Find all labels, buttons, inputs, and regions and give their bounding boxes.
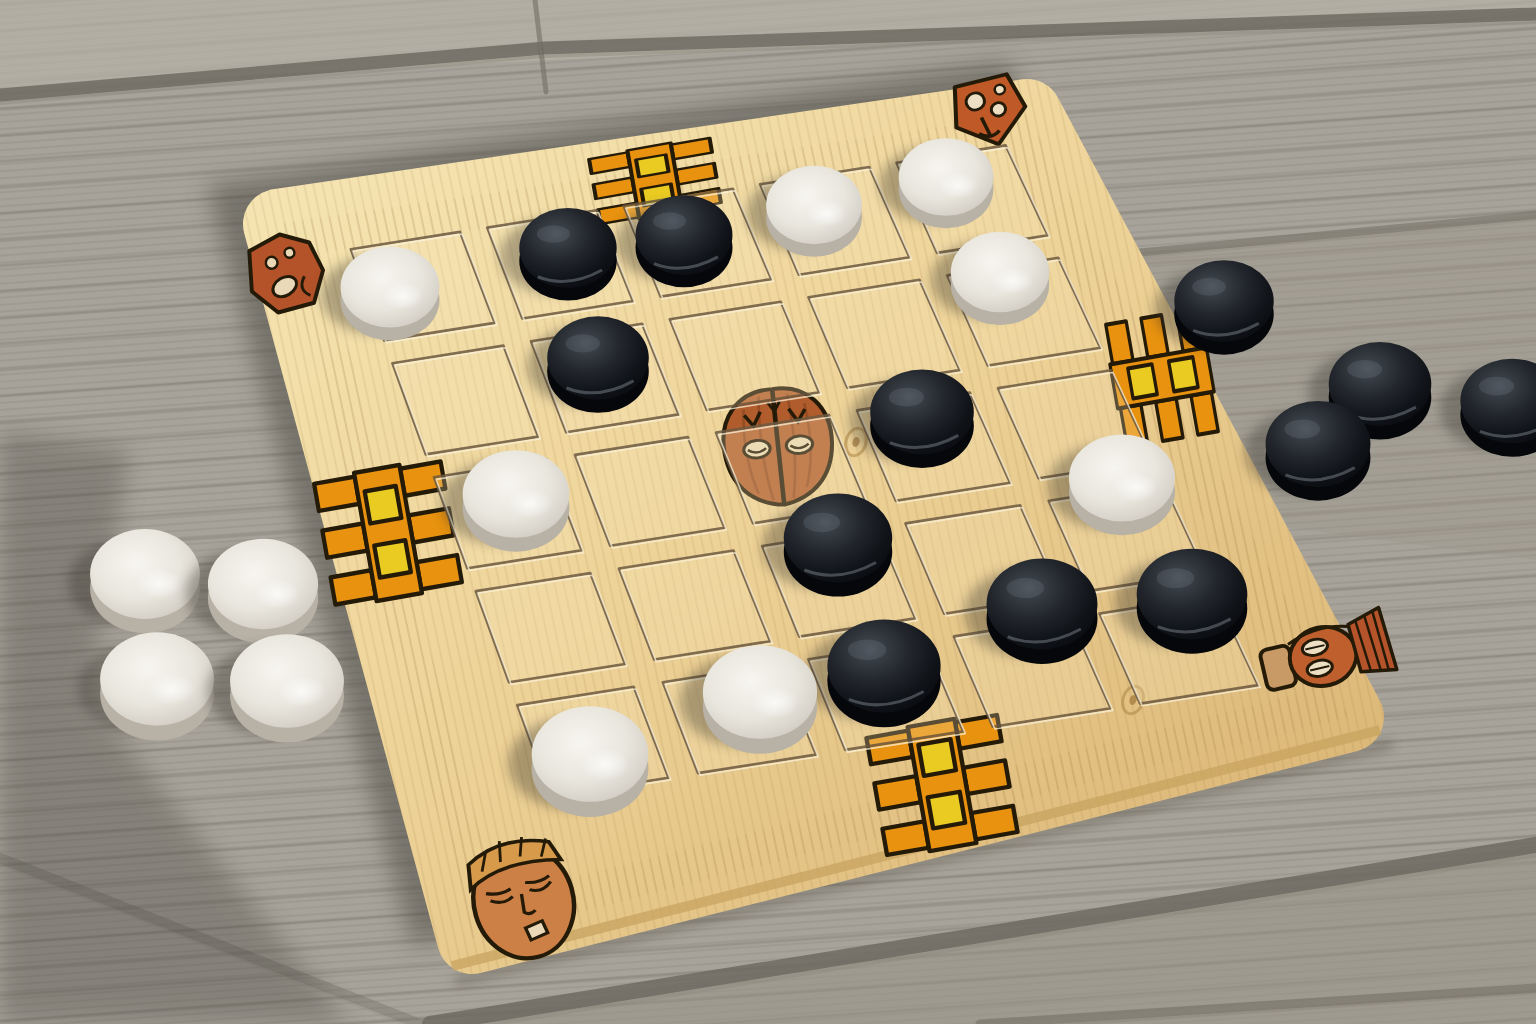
- photo-scene: [0, 0, 1536, 1024]
- seega-board-photo: [0, 0, 1536, 1024]
